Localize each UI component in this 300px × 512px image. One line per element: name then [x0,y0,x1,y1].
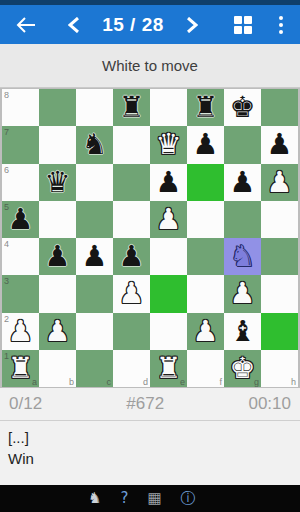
square-a4[interactable]: 4 [2,238,39,275]
square-d2[interactable] [113,313,150,350]
rank-label-1: 1 [4,351,9,361]
square-c4[interactable]: ♟ [76,238,113,275]
piece-black-rook: ♜ [193,93,219,122]
square-c3[interactable] [76,275,113,312]
info-bar: 0/12 #672 00:10 [0,388,300,421]
back-arrow-icon[interactable] [12,5,40,44]
piece-black-queen: ♛ [45,168,71,197]
square-e6[interactable]: ♟ [150,164,187,201]
file-label-a: a [32,377,37,387]
rank-label-7: 7 [4,127,9,137]
turn-banner: White to move [0,44,300,88]
square-c1[interactable]: c [76,350,113,387]
piece-white-pawn: ♟ [193,317,219,346]
piece-black-pawn: ♟ [82,242,108,271]
square-g5[interactable] [224,201,261,238]
knight-icon[interactable]: ♞ [88,491,101,506]
board-grid-icon[interactable]: ▦ [147,491,161,506]
square-c8[interactable] [76,89,113,126]
square-g2[interactable]: ♝ [224,313,261,350]
square-a8[interactable]: 8 [2,89,39,126]
square-h6[interactable]: ♟ [261,164,298,201]
square-h7[interactable]: ♟ [261,126,298,163]
piece-white-rook: ♜ [8,354,34,383]
square-f1[interactable]: f [187,350,224,387]
timer: 00:10 [248,394,291,414]
square-g7[interactable] [224,126,261,163]
square-e8[interactable] [150,89,187,126]
square-h1[interactable]: h [261,350,298,387]
app-window: 15 / 28 White to move 8♜♜♚7♞♛♟♟6♛♟♟♟5♟♟4… [0,0,300,512]
chess-board: 8♜♜♚7♞♛♟♟6♛♟♟♟5♟♟4♟♟♟♞3♟♟2♟♟♟♝1a♜bcde♜fg… [2,89,298,387]
square-e1[interactable]: e♜ [150,350,187,387]
square-f2[interactable]: ♟ [187,313,224,350]
square-b2[interactable]: ♟ [39,313,76,350]
square-d6[interactable] [113,164,150,201]
puzzle-counter: 15 / 28 [102,14,164,36]
result-line: Win [8,448,292,469]
square-h3[interactable] [261,275,298,312]
square-b6[interactable]: ♛ [39,164,76,201]
file-label-b: b [69,377,74,387]
square-d5[interactable] [113,201,150,238]
piece-black-pawn: ♟ [156,168,182,197]
square-b3[interactable] [39,275,76,312]
piece-black-knight: ♞ [82,130,108,159]
piece-white-pawn: ♟ [156,205,182,234]
piece-black-pawn: ♟ [8,205,34,234]
square-e4[interactable] [150,238,187,275]
square-c5[interactable] [76,201,113,238]
moves-line: [...] [8,427,292,448]
rank-label-5: 5 [4,202,9,212]
file-label-e: e [180,377,185,387]
square-d8[interactable]: ♜ [113,89,150,126]
piece-white-king: ♚ [230,354,256,383]
square-h5[interactable] [261,201,298,238]
square-d7[interactable] [113,126,150,163]
rank-label-2: 2 [4,314,9,324]
square-g4[interactable]: ♞ [224,238,261,275]
file-label-g: g [254,377,259,387]
piece-white-queen: ♛ [156,130,182,159]
square-g8[interactable]: ♚ [224,89,261,126]
square-h2[interactable] [261,313,298,350]
square-b1[interactable]: b [39,350,76,387]
square-f5[interactable] [187,201,224,238]
score-counter: 0/12 [9,394,42,414]
square-a5[interactable]: 5♟ [2,201,39,238]
square-b7[interactable] [39,126,76,163]
piece-white-pawn: ♟ [267,168,293,197]
square-f7[interactable]: ♟ [187,126,224,163]
piece-black-pawn: ♟ [45,242,71,271]
rank-label-8: 8 [4,90,9,100]
square-f8[interactable]: ♜ [187,89,224,126]
piece-black-bishop: ♝ [230,317,256,346]
square-e7[interactable]: ♛ [150,126,187,163]
square-c6[interactable] [76,164,113,201]
piece-white-rook: ♜ [156,354,182,383]
piece-white-pawn: ♟ [8,317,34,346]
square-a3[interactable]: 3 [2,275,39,312]
piece-black-pawn: ♟ [230,168,256,197]
square-d1[interactable]: d [113,350,150,387]
square-d3[interactable]: ♟ [113,275,150,312]
board-frame: 8♜♜♚7♞♛♟♟6♛♟♟♟5♟♟4♟♟♟♞3♟♟2♟♟♟♝1a♜bcde♜fg… [0,88,300,388]
rank-label-4: 4 [4,239,9,249]
square-g1[interactable]: g♚ [224,350,261,387]
overflow-menu-icon[interactable] [270,5,292,44]
hint-question-icon[interactable]: ? [120,491,128,506]
grid-icon[interactable] [230,5,256,44]
square-c2[interactable] [76,313,113,350]
square-g6[interactable]: ♟ [224,164,261,201]
next-chevron-icon[interactable] [187,5,198,44]
file-label-f: f [219,377,222,387]
file-label-c: c [107,377,112,387]
square-g3[interactable]: ♟ [224,275,261,312]
square-a7[interactable]: 7 [2,126,39,163]
app-header: 15 / 28 [0,5,300,44]
square-b8[interactable] [39,89,76,126]
piece-black-king: ♚ [230,93,256,122]
square-h8[interactable] [261,89,298,126]
piece-black-knight: ♞ [230,242,256,271]
square-d4[interactable]: ♟ [113,238,150,275]
square-c7[interactable]: ♞ [76,126,113,163]
puzzle-number: #672 [126,394,164,414]
square-a6[interactable]: 6 [2,164,39,201]
square-b4[interactable]: ♟ [39,238,76,275]
prev-chevron-icon[interactable] [68,5,79,44]
piece-white-pawn: ♟ [119,279,145,308]
piece-black-pawn: ♟ [119,242,145,271]
rank-label-3: 3 [4,276,9,286]
piece-white-pawn: ♟ [230,279,256,308]
file-label-h: h [291,377,296,387]
square-e5[interactable]: ♟ [150,201,187,238]
piece-white-pawn: ♟ [45,317,71,346]
piece-black-pawn: ♟ [193,130,219,159]
bottom-toolbar: ♞?▦ⓘ [0,485,300,512]
notes-area: [...] Win [0,421,300,484]
square-h4[interactable] [261,238,298,275]
square-e2[interactable] [150,313,187,350]
piece-black-rook: ♜ [119,93,145,122]
square-e3[interactable] [150,275,187,312]
square-a2[interactable]: 2♟ [2,313,39,350]
file-label-d: d [143,377,148,387]
square-b5[interactable] [39,201,76,238]
square-a1[interactable]: 1a♜ [2,350,39,387]
square-f3[interactable] [187,275,224,312]
piece-black-pawn: ♟ [267,130,293,159]
info-icon[interactable]: ⓘ [181,491,196,506]
square-f6[interactable] [187,164,224,201]
square-f4[interactable] [187,238,224,275]
rank-label-6: 6 [4,165,9,175]
